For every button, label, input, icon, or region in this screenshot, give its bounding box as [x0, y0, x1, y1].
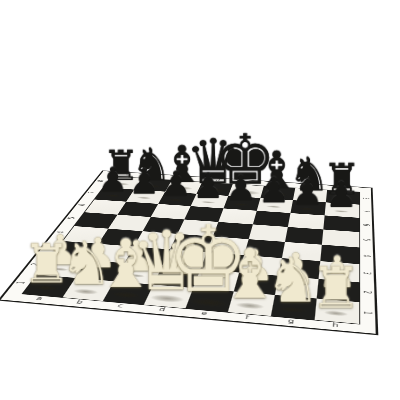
piece-white-rook-h1: ♜ [288, 261, 384, 314]
rank-label-5-left: 5 [68, 217, 77, 219]
rank-label-8-left: 8 [98, 180, 106, 182]
product-photo-scene: aabbccddeeffgghh8877665544332211 ♜♞♝♛♚♝♞… [0, 0, 400, 400]
pieces-layer: ♜♞♝♛♚♝♞♜♟♟♟♟♟♟♟♟♟♟♟♟♟♟♟♟♜♞♝♛♚♝♞♜ [1, 171, 376, 334]
rank-label-7-left: 7 [88, 192, 96, 194]
piece-black-pawn-h7: ♟ [304, 179, 379, 212]
file-label-h-far: h [340, 187, 345, 190]
file-label-f-far: f [278, 183, 281, 186]
file-label-g-far: g [308, 185, 313, 188]
chess-board: aabbccddeeffgghh8877665544332211 ♜♞♝♛♚♝♞… [0, 170, 378, 335]
file-label-e-far: e [246, 181, 251, 184]
rank-label-6-left: 6 [79, 204, 87, 206]
